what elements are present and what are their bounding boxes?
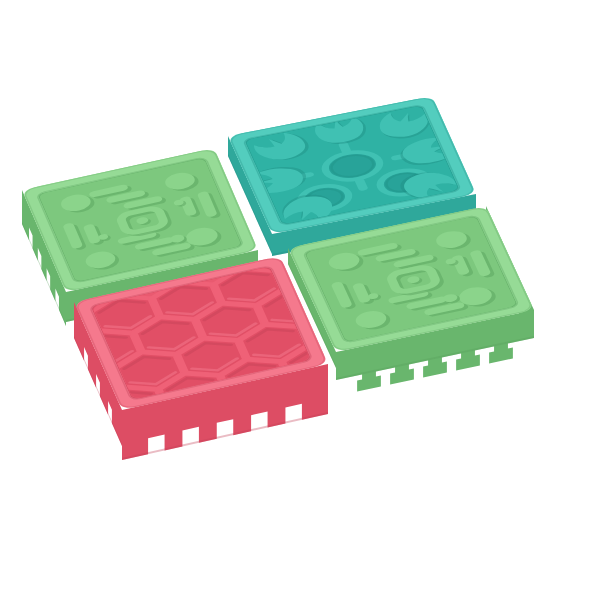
product-photo-canvas	[0, 0, 600, 600]
product-photo	[0, 0, 600, 600]
